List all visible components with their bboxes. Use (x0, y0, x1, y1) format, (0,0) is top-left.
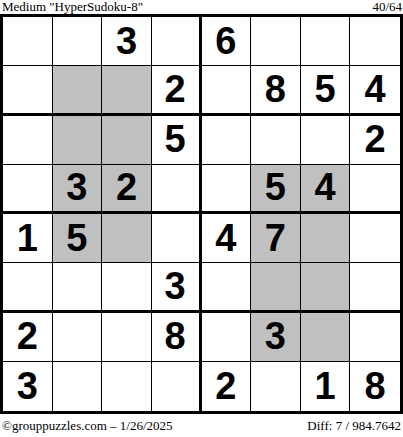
cell-r4c4[interactable] (152, 165, 202, 214)
given-digit: 8 (265, 68, 286, 111)
cell-r1c8[interactable] (350, 17, 400, 66)
given-digit: 4 (215, 217, 236, 260)
cell-r3c4: 5 (152, 116, 202, 165)
given-digit: 4 (314, 166, 335, 209)
cell-r7c5[interactable] (202, 313, 252, 362)
given-digit: 3 (17, 365, 38, 408)
given-digit: 1 (314, 365, 335, 408)
given-digit: 4 (365, 68, 386, 111)
puzzle-title: Medium "HyperSudoku-8" (2, 0, 143, 13)
cell-r5c6: 7 (251, 214, 301, 263)
cell-r5c8[interactable] (350, 214, 400, 263)
cell-r4c5[interactable] (202, 165, 252, 214)
cell-r5c3[interactable] (102, 214, 152, 263)
cell-r1c1[interactable] (3, 17, 53, 66)
cell-r1c6[interactable] (251, 17, 301, 66)
cell-r3c7[interactable] (301, 116, 351, 165)
cell-r1c3: 3 (102, 17, 152, 66)
cell-r6c6[interactable] (251, 263, 301, 312)
cell-r6c5[interactable] (202, 263, 252, 312)
cell-r6c2[interactable] (53, 263, 103, 312)
cell-r1c5: 6 (202, 17, 252, 66)
cell-r2c3[interactable] (102, 66, 152, 115)
cell-r1c2[interactable] (53, 17, 103, 66)
cell-r8c2[interactable] (53, 362, 103, 411)
cell-r3c8: 2 (350, 116, 400, 165)
cell-r1c4[interactable] (152, 17, 202, 66)
cell-r4c3: 2 (102, 165, 152, 214)
cell-r2c5[interactable] (202, 66, 252, 115)
cell-r7c3[interactable] (102, 313, 152, 362)
cell-r2c4: 2 (152, 66, 202, 115)
cell-r2c8: 4 (350, 66, 400, 115)
cell-r8c4[interactable] (152, 362, 202, 411)
cell-r7c4: 8 (152, 313, 202, 362)
given-digit: 6 (215, 20, 236, 63)
cell-r8c6[interactable] (251, 362, 301, 411)
given-digit: 5 (66, 217, 87, 260)
given-digit: 3 (66, 166, 87, 209)
cell-r6c7[interactable] (301, 263, 351, 312)
cell-r6c8[interactable] (350, 263, 400, 312)
given-digit: 2 (165, 68, 186, 111)
given-digit: 1 (17, 217, 38, 260)
given-digit: 2 (365, 118, 386, 161)
cell-r8c1: 3 (3, 362, 53, 411)
difficulty-text: Diff: 7 / 984.7642 (307, 419, 401, 432)
given-digit: 5 (314, 68, 335, 111)
cell-r3c6[interactable] (251, 116, 301, 165)
cell-r4c7: 4 (301, 165, 351, 214)
copyright-text: ©grouppuzzles.com – 1/26/2025 (2, 419, 173, 432)
cell-r1c7[interactable] (301, 17, 351, 66)
cell-r7c2[interactable] (53, 313, 103, 362)
cell-r4c2: 3 (53, 165, 103, 214)
given-digit: 5 (165, 118, 186, 161)
cell-r2c6: 8 (251, 66, 301, 115)
sudoku-board: 362854523254154732833218 (0, 14, 403, 414)
cell-r8c5: 2 (202, 362, 252, 411)
given-digit: 3 (116, 20, 137, 63)
cell-r3c1[interactable] (3, 116, 53, 165)
cell-r6c1[interactable] (3, 263, 53, 312)
given-digit: 2 (17, 315, 38, 358)
cell-r5c7[interactable] (301, 214, 351, 263)
cell-r2c1[interactable] (3, 66, 53, 115)
cell-r5c1: 1 (3, 214, 53, 263)
given-digit: 8 (365, 365, 386, 408)
cell-r2c7: 5 (301, 66, 351, 115)
cell-r3c2[interactable] (53, 116, 103, 165)
cell-r4c8[interactable] (350, 165, 400, 214)
cell-r7c8[interactable] (350, 313, 400, 362)
cell-r7c6: 3 (251, 313, 301, 362)
cell-r5c2: 5 (53, 214, 103, 263)
cell-r8c8: 8 (350, 362, 400, 411)
cell-r8c7: 1 (301, 362, 351, 411)
footer: ©grouppuzzles.com – 1/26/2025 Diff: 7 / … (0, 414, 403, 437)
cell-r6c3[interactable] (102, 263, 152, 312)
given-digit: 3 (265, 315, 286, 358)
cell-r7c7[interactable] (301, 313, 351, 362)
given-digit: 7 (265, 217, 286, 260)
given-digit: 8 (165, 315, 186, 358)
cell-r5c5: 4 (202, 214, 252, 263)
given-digit: 2 (215, 365, 236, 408)
cell-r4c1[interactable] (3, 165, 53, 214)
given-digit: 2 (116, 166, 137, 209)
cell-r5c4[interactable] (152, 214, 202, 263)
header: Medium "HyperSudoku-8" 40/64 (0, 0, 403, 14)
given-digit: 5 (265, 166, 286, 209)
cell-r4c6: 5 (251, 165, 301, 214)
cell-r7c1: 2 (3, 313, 53, 362)
cell-r6c4: 3 (152, 263, 202, 312)
cell-r3c5[interactable] (202, 116, 252, 165)
given-digit: 3 (165, 265, 186, 308)
cell-r3c3[interactable] (102, 116, 152, 165)
cell-r8c3[interactable] (102, 362, 152, 411)
progress-counter: 40/64 (372, 0, 402, 13)
cell-r2c2[interactable] (53, 66, 103, 115)
